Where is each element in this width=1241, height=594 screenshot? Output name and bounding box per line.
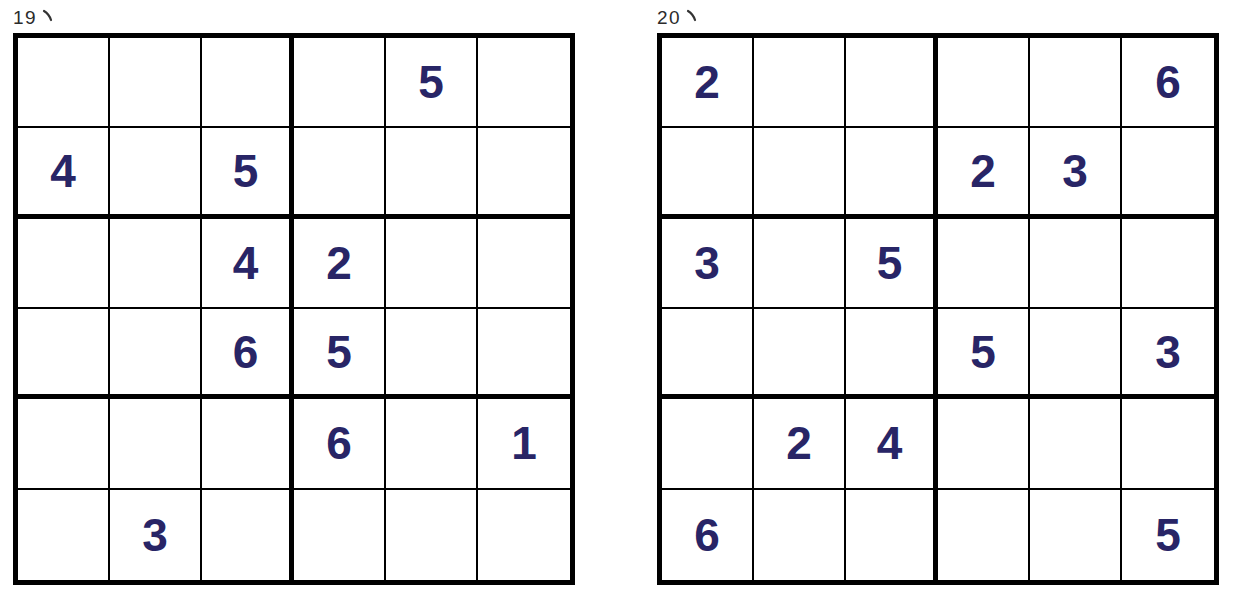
cell-r4c2 — [110, 309, 202, 399]
cell-r5c6 — [1122, 399, 1214, 489]
cell-r2c6 — [1122, 128, 1214, 218]
cell-r5c2 — [110, 399, 202, 489]
cell-r4c3 — [846, 309, 938, 399]
cell-r6c6: 5 — [1122, 490, 1214, 580]
cell-r1c3 — [202, 38, 294, 128]
cell-r2c6 — [478, 128, 570, 218]
worksheet-page: 19 5454265613 20 262335532465 — [0, 0, 1241, 594]
cell-r5c1 — [662, 399, 754, 489]
cell-r1c6 — [478, 38, 570, 128]
cell-r4c5 — [386, 309, 478, 399]
cell-r3c1: 3 — [662, 219, 754, 309]
cell-r4c3: 6 — [202, 309, 294, 399]
cell-r4c4: 5 — [938, 309, 1030, 399]
cell-r1c5: 5 — [386, 38, 478, 128]
cell-r3c1 — [18, 219, 110, 309]
cell-r2c1 — [662, 128, 754, 218]
puzzle-19-label: 19 — [13, 5, 575, 28]
cell-r1c1: 2 — [662, 38, 754, 128]
cell-r1c5 — [1030, 38, 1122, 128]
puzzle-20-number: 20 — [657, 7, 681, 28]
cell-r3c2 — [110, 219, 202, 309]
cell-r2c3 — [846, 128, 938, 218]
cell-r5c5 — [1030, 399, 1122, 489]
cell-r6c2 — [754, 490, 846, 580]
cell-r3c6 — [478, 219, 570, 309]
cell-r3c6 — [1122, 219, 1214, 309]
puzzle-19: 19 5454265613 — [13, 5, 575, 585]
cell-r3c2 — [754, 219, 846, 309]
cell-r5c5 — [386, 399, 478, 489]
cell-r4c5 — [1030, 309, 1122, 399]
cell-r3c4 — [938, 219, 1030, 309]
cell-r3c4: 2 — [294, 219, 386, 309]
cell-r3c5 — [1030, 219, 1122, 309]
cell-r4c4: 5 — [294, 309, 386, 399]
cell-r6c5 — [1030, 490, 1122, 580]
cell-r4c1 — [662, 309, 754, 399]
ideographic-comma-icon — [42, 5, 54, 26]
cell-r6c3 — [846, 490, 938, 580]
cell-r4c2 — [754, 309, 846, 399]
puzzle-20-label: 20 — [657, 5, 1219, 28]
cell-r5c2: 2 — [754, 399, 846, 489]
cell-r5c1 — [18, 399, 110, 489]
cell-r1c1 — [18, 38, 110, 128]
cell-r5c3 — [202, 399, 294, 489]
cell-r2c5: 3 — [1030, 128, 1122, 218]
cell-r5c3: 4 — [846, 399, 938, 489]
cell-r4c1 — [18, 309, 110, 399]
cell-r2c3: 5 — [202, 128, 294, 218]
puzzle-20: 20 262335532465 — [657, 5, 1219, 585]
cell-r2c1: 4 — [18, 128, 110, 218]
cell-r6c4 — [938, 490, 1030, 580]
cell-r6c1 — [18, 490, 110, 580]
cell-r1c2 — [754, 38, 846, 128]
cell-r3c3: 4 — [202, 219, 294, 309]
cell-r4c6 — [478, 309, 570, 399]
cell-r6c3 — [202, 490, 294, 580]
cell-r6c6 — [478, 490, 570, 580]
cell-r1c4 — [294, 38, 386, 128]
cell-r2c4 — [294, 128, 386, 218]
cell-r3c5 — [386, 219, 478, 309]
cell-r1c3 — [846, 38, 938, 128]
cell-r2c2 — [754, 128, 846, 218]
cell-r1c4 — [938, 38, 1030, 128]
cell-r5c6: 1 — [478, 399, 570, 489]
cell-r5c4 — [938, 399, 1030, 489]
cell-r6c5 — [386, 490, 478, 580]
cell-r6c4 — [294, 490, 386, 580]
cell-r6c2: 3 — [110, 490, 202, 580]
cell-r1c6: 6 — [1122, 38, 1214, 128]
cell-r3c3: 5 — [846, 219, 938, 309]
cell-r2c5 — [386, 128, 478, 218]
cell-r2c2 — [110, 128, 202, 218]
ideographic-comma-icon — [686, 5, 698, 26]
cell-r4c6: 3 — [1122, 309, 1214, 399]
cell-r1c2 — [110, 38, 202, 128]
cell-r6c1: 6 — [662, 490, 754, 580]
cell-r2c4: 2 — [938, 128, 1030, 218]
sudoku-board-20: 262335532465 — [657, 33, 1219, 585]
sudoku-board-19: 5454265613 — [13, 33, 575, 585]
cell-r5c4: 6 — [294, 399, 386, 489]
puzzle-19-number: 19 — [13, 7, 37, 28]
